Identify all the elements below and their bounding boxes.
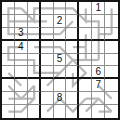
grid-cell-r8c9[interactable] (105, 92, 118, 105)
grid-cell-r5c9[interactable] (105, 54, 118, 67)
grid-cell-r6c5[interactable] (54, 66, 67, 79)
grid-cell-r4c6[interactable] (66, 41, 79, 54)
grid-cell-r4c3[interactable] (28, 41, 41, 54)
grid-cell-r3c6[interactable] (66, 28, 79, 41)
grid-cell-r9c9[interactable] (105, 105, 118, 118)
grid-cell-r3c4[interactable] (41, 28, 54, 41)
grid-cell-r1c6[interactable] (66, 2, 79, 15)
grid-cell-r5c3[interactable] (28, 54, 41, 67)
grid-cell-r5c7[interactable] (79, 54, 92, 67)
grid-cell-r8c4[interactable] (41, 92, 54, 105)
grid-cell-r8c8[interactable] (92, 92, 105, 105)
grid-cell-r2c9[interactable] (105, 15, 118, 28)
grid-cell-r1c5[interactable] (54, 2, 67, 15)
grid-cell-r2c2[interactable] (15, 15, 28, 28)
grid-cell-r7c7[interactable] (79, 79, 92, 92)
grid-cell-r3c3[interactable] (28, 28, 41, 41)
grid-cell-r8c3[interactable] (28, 92, 41, 105)
grid-cell-r9c2[interactable] (15, 105, 28, 118)
grid-cell-r3c8[interactable] (92, 28, 105, 41)
grid-cell-r3c7[interactable] (79, 28, 92, 41)
given-number: 6 (95, 67, 101, 77)
grid-cell-r2c5[interactable]: 2 (54, 15, 67, 28)
puzzle-diagram: 12345678 (0, 0, 120, 120)
grid-cell-r8c6[interactable] (66, 92, 79, 105)
grid-cell-r6c7[interactable] (79, 66, 92, 79)
grid-cell-r7c2[interactable] (15, 79, 28, 92)
grid-cell-r6c9[interactable] (105, 66, 118, 79)
grid-cell-r3c2[interactable]: 3 (15, 28, 28, 41)
given-number: 3 (18, 28, 24, 38)
grid-cell-r9c1[interactable] (2, 105, 15, 118)
grid-cell-r2c8[interactable] (92, 15, 105, 28)
grid-cell-r1c3[interactable] (28, 2, 41, 15)
grid-cell-r7c9[interactable] (105, 79, 118, 92)
grid-cell-r8c5[interactable]: 8 (54, 92, 67, 105)
grid-cell-r5c6[interactable] (66, 54, 79, 67)
grid-cell-r4c2[interactable]: 4 (15, 41, 28, 54)
grid-cell-r7c3[interactable] (28, 79, 41, 92)
grid-cell-r7c4[interactable] (41, 79, 54, 92)
grid-cell-r9c5[interactable] (54, 105, 67, 118)
grid-cell-r1c2[interactable] (15, 2, 28, 15)
grid-cell-r6c2[interactable] (15, 66, 28, 79)
grid-cell-r8c7[interactable] (79, 92, 92, 105)
grid-cell-r8c2[interactable] (15, 92, 28, 105)
grid-cell-r9c3[interactable] (28, 105, 41, 118)
grid-cell-r1c1[interactable] (2, 2, 15, 15)
grid-cell-r2c3[interactable] (28, 15, 41, 28)
grid-cell-r4c8[interactable] (92, 41, 105, 54)
given-number: 2 (57, 16, 63, 26)
given-number: 8 (57, 93, 63, 103)
grid-cell-r5c1[interactable] (2, 54, 15, 67)
grid-cell-r2c4[interactable] (41, 15, 54, 28)
grid-cell-r9c4[interactable] (41, 105, 54, 118)
grid-cell-r7c1[interactable] (2, 79, 15, 92)
grid-cell-r8c1[interactable] (2, 92, 15, 105)
given-number: 1 (95, 3, 101, 13)
given-number: 4 (18, 42, 24, 52)
grid-cell-r7c8[interactable]: 7 (92, 79, 105, 92)
grid-cell-r4c7[interactable] (79, 41, 92, 54)
grid-cell-r5c2[interactable] (15, 54, 28, 67)
grid-cell-r6c1[interactable] (2, 66, 15, 79)
grid-cell-r7c5[interactable] (54, 79, 67, 92)
grid-cell-r5c8[interactable] (92, 54, 105, 67)
grid-cell-r7c6[interactable] (66, 79, 79, 92)
grid-cell-r9c6[interactable] (66, 105, 79, 118)
grid-cell-r6c3[interactable] (28, 66, 41, 79)
grid-cell-r4c1[interactable] (2, 41, 15, 54)
grid-cell-r9c8[interactable] (92, 105, 105, 118)
grid-cell-r3c1[interactable] (2, 28, 15, 41)
given-number: 5 (57, 54, 63, 64)
grid-cell-r4c9[interactable] (105, 41, 118, 54)
grid-cell-r4c5[interactable] (54, 41, 67, 54)
grid-cell-r9c7[interactable] (79, 105, 92, 118)
grid-cell-r2c1[interactable] (2, 15, 15, 28)
grid-cell-r3c9[interactable] (105, 28, 118, 41)
grid-cell-r1c9[interactable] (105, 2, 118, 15)
grid-cell-r1c4[interactable] (41, 2, 54, 15)
grid-cell-r3c5[interactable] (54, 28, 67, 41)
grid-cell-r5c4[interactable] (41, 54, 54, 67)
grid-cell-r1c7[interactable] (79, 2, 92, 15)
grid-cell-r6c4[interactable] (41, 66, 54, 79)
grid-cell-r6c6[interactable] (66, 66, 79, 79)
grid-cell-r1c8[interactable]: 1 (92, 2, 105, 15)
grid-cell-r6c8[interactable]: 6 (92, 66, 105, 79)
given-number: 7 (95, 80, 101, 90)
grid-cell-r4c4[interactable] (41, 41, 54, 54)
puzzle-grid: 12345678 (2, 2, 118, 118)
grid-cell-r2c7[interactable] (79, 15, 92, 28)
grid-cell-r5c5[interactable]: 5 (54, 54, 67, 67)
grid-cell-r2c6[interactable] (66, 15, 79, 28)
puzzle-board: 12345678 (0, 0, 120, 120)
